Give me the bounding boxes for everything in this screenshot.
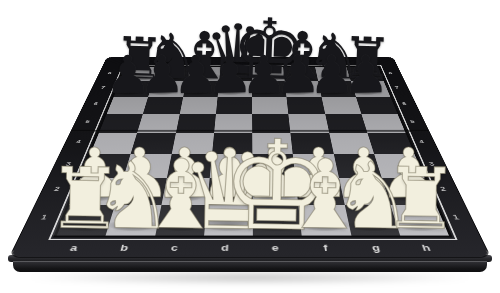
piece-black-pawn: ♟ [342,49,389,102]
chess-set-photo: abcdefgh1122334455667788 ♜♞♝♛♚♝♞♜♟♟♟♟♟♟♟… [0,0,500,293]
pieces-layer: ♜♞♝♛♚♝♞♜♟♟♟♟♟♟♟♟♟♟♟♟♟♟♟♟♜♞♝♛♚♝♞♜ [0,0,500,293]
piece-white-rook: ♜ [382,156,459,242]
scene: abcdefgh1122334455667788 ♜♞♝♛♚♝♞♜♟♟♟♟♟♟♟… [0,0,500,293]
